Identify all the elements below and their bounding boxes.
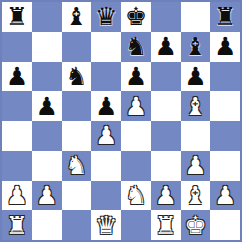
square-b6[interactable] (32, 62, 62, 92)
square-c2[interactable] (62, 181, 92, 211)
square-g7[interactable]: ♝ (181, 32, 211, 62)
square-e6[interactable]: ♟ (121, 62, 151, 92)
square-g1[interactable]: ♚ (181, 210, 211, 240)
square-f5[interactable] (151, 91, 181, 121)
white-pawn-icon[interactable]: ♟ (125, 94, 147, 119)
square-g8[interactable] (181, 2, 211, 32)
black-bishop-icon[interactable]: ♝ (65, 4, 87, 29)
square-e3[interactable] (121, 151, 151, 181)
square-a8[interactable]: ♜ (2, 2, 32, 32)
white-queen-icon[interactable]: ♛ (95, 213, 117, 238)
black-pawn-icon[interactable]: ♟ (35, 94, 57, 119)
square-c3[interactable]: ♞ (62, 151, 92, 181)
square-e5[interactable]: ♟ (121, 91, 151, 121)
square-d8[interactable]: ♛ (91, 2, 121, 32)
square-h3[interactable] (210, 151, 240, 181)
square-d5[interactable]: ♟ (91, 91, 121, 121)
square-c4[interactable] (62, 121, 92, 151)
square-a7[interactable] (2, 32, 32, 62)
square-b4[interactable] (32, 121, 62, 151)
black-bishop-icon[interactable]: ♝ (184, 34, 206, 59)
white-pawn-icon[interactable]: ♟ (95, 123, 117, 148)
black-queen-icon[interactable]: ♛ (95, 4, 117, 29)
white-pawn-icon[interactable]: ♟ (6, 183, 28, 208)
square-a2[interactable]: ♟ (2, 181, 32, 211)
black-knight-icon[interactable]: ♞ (125, 34, 147, 59)
black-pawn-icon[interactable]: ♟ (95, 94, 117, 119)
white-king-icon[interactable]: ♚ (184, 213, 206, 238)
square-c6[interactable]: ♞ (62, 62, 92, 92)
white-bishop-icon[interactable]: ♝ (184, 94, 206, 119)
square-b3[interactable] (32, 151, 62, 181)
square-g6[interactable]: ♟ (181, 62, 211, 92)
square-f7[interactable]: ♟ (151, 32, 181, 62)
square-b7[interactable] (32, 32, 62, 62)
square-e4[interactable] (121, 121, 151, 151)
square-h1[interactable] (210, 210, 240, 240)
square-h2[interactable]: ♟ (210, 181, 240, 211)
black-pawn-icon[interactable]: ♟ (184, 64, 206, 89)
square-d2[interactable] (91, 181, 121, 211)
square-f2[interactable]: ♟ (151, 181, 181, 211)
square-h6[interactable] (210, 62, 240, 92)
black-pawn-icon[interactable]: ♟ (6, 64, 28, 89)
square-a5[interactable] (2, 91, 32, 121)
square-g5[interactable]: ♝ (181, 91, 211, 121)
square-g4[interactable] (181, 121, 211, 151)
square-a6[interactable]: ♟ (2, 62, 32, 92)
black-knight-icon[interactable]: ♞ (65, 64, 87, 89)
white-knight-icon[interactable]: ♞ (125, 183, 147, 208)
square-c5[interactable] (62, 91, 92, 121)
square-e2[interactable]: ♞ (121, 181, 151, 211)
square-d4[interactable]: ♟ (91, 121, 121, 151)
square-e7[interactable]: ♞ (121, 32, 151, 62)
square-e1[interactable] (121, 210, 151, 240)
square-c8[interactable]: ♝ (62, 2, 92, 32)
square-a3[interactable] (2, 151, 32, 181)
white-pawn-icon[interactable]: ♟ (184, 153, 206, 178)
square-b2[interactable]: ♟ (32, 181, 62, 211)
square-f8[interactable] (151, 2, 181, 32)
square-g3[interactable]: ♟ (181, 151, 211, 181)
square-h5[interactable] (210, 91, 240, 121)
square-f3[interactable] (151, 151, 181, 181)
square-d7[interactable] (91, 32, 121, 62)
square-h4[interactable] (210, 121, 240, 151)
square-f4[interactable] (151, 121, 181, 151)
black-rook-icon[interactable]: ♜ (214, 4, 236, 29)
square-e8[interactable]: ♚ (121, 2, 151, 32)
white-knight-icon[interactable]: ♞ (65, 153, 87, 178)
square-h7[interactable]: ♟ (210, 32, 240, 62)
square-b8[interactable] (32, 2, 62, 32)
black-king-icon[interactable]: ♚ (125, 4, 147, 29)
square-b1[interactable] (32, 210, 62, 240)
square-g2[interactable]: ♝ (181, 181, 211, 211)
square-h8[interactable]: ♜ (210, 2, 240, 32)
square-b5[interactable]: ♟ (32, 91, 62, 121)
white-pawn-icon[interactable]: ♟ (154, 183, 176, 208)
square-a4[interactable] (2, 121, 32, 151)
white-rook-icon[interactable]: ♜ (6, 213, 28, 238)
white-pawn-icon[interactable]: ♟ (214, 183, 236, 208)
chess-board: ♜♝♛♚♜♞♟♝♟♟♞♟♟♟♟♟♝♟♞♟♟♟♞♟♝♟♜♛♜♚ (0, 0, 242, 242)
square-d3[interactable] (91, 151, 121, 181)
black-pawn-icon[interactable]: ♟ (154, 34, 176, 59)
white-rook-icon[interactable]: ♜ (154, 213, 176, 238)
square-f1[interactable]: ♜ (151, 210, 181, 240)
square-c1[interactable] (62, 210, 92, 240)
square-f6[interactable] (151, 62, 181, 92)
square-c7[interactable] (62, 32, 92, 62)
black-rook-icon[interactable]: ♜ (6, 4, 28, 29)
square-a1[interactable]: ♜ (2, 210, 32, 240)
square-d6[interactable] (91, 62, 121, 92)
square-d1[interactable]: ♛ (91, 210, 121, 240)
black-pawn-icon[interactable]: ♟ (125, 64, 147, 89)
white-pawn-icon[interactable]: ♟ (35, 183, 57, 208)
white-bishop-icon[interactable]: ♝ (184, 183, 206, 208)
black-pawn-icon[interactable]: ♟ (214, 34, 236, 59)
